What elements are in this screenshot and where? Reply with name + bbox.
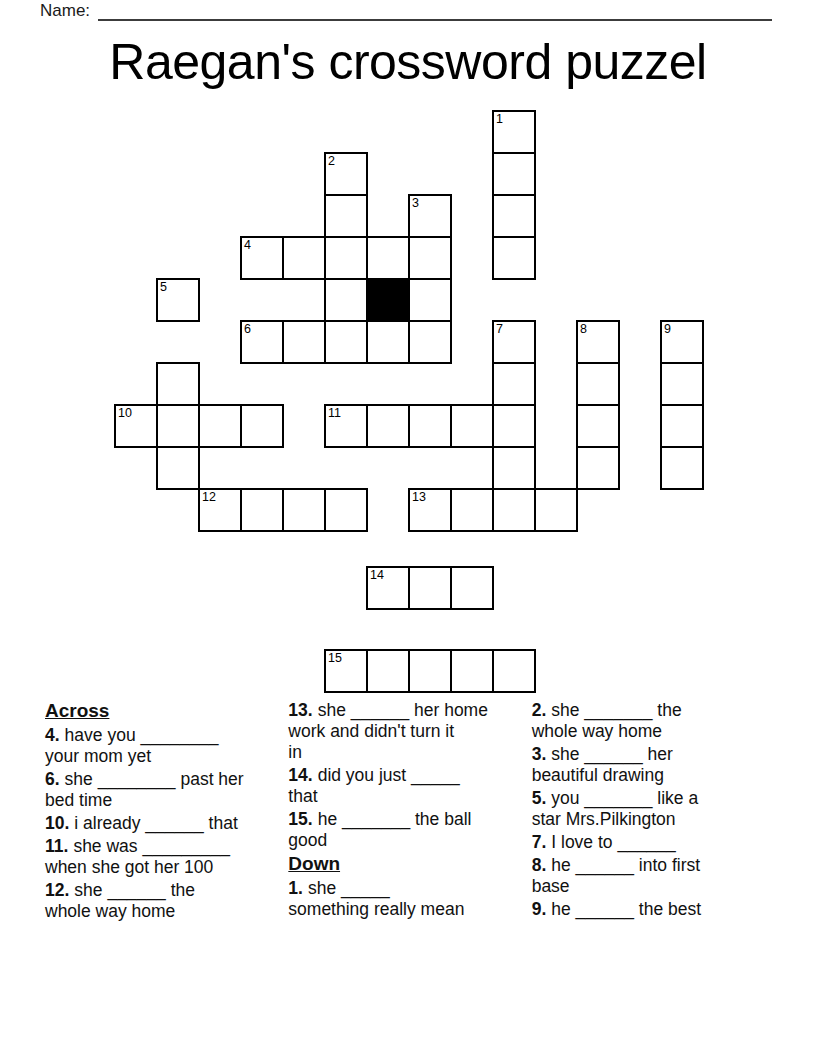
black-cell bbox=[366, 278, 410, 322]
cell-r5-c13[interactable]: 9 bbox=[660, 320, 704, 364]
clue-10-across: 10.i already ______ that bbox=[45, 813, 288, 834]
cell-r11-c7[interactable] bbox=[408, 566, 452, 610]
cell-number-3: 3 bbox=[412, 196, 419, 210]
clue-number: 8. bbox=[532, 855, 547, 875]
cell-r5-c4[interactable] bbox=[282, 320, 326, 364]
cell-r3-c7[interactable] bbox=[408, 236, 452, 280]
cell-r7-c5[interactable]: 11 bbox=[324, 404, 368, 448]
cell-r9-c5[interactable] bbox=[324, 488, 368, 532]
cell-r0-c9[interactable]: 1 bbox=[492, 110, 536, 154]
cell-r8-c1[interactable] bbox=[156, 446, 200, 490]
name-label: Name: bbox=[40, 1, 90, 21]
cell-number-5: 5 bbox=[160, 280, 167, 294]
clues-column-2: 13.she ______ her home work and didn't t… bbox=[288, 700, 531, 924]
clue-text: have you ________ your mom yet bbox=[45, 725, 218, 766]
across-header: Across bbox=[45, 700, 288, 722]
cell-number-4: 4 bbox=[244, 238, 251, 252]
cell-r3-c6[interactable] bbox=[366, 236, 410, 280]
cell-number-15: 15 bbox=[328, 651, 342, 665]
clue-text: she ________ past her bed time bbox=[45, 769, 244, 810]
cell-r6-c13[interactable] bbox=[660, 362, 704, 406]
clue-number: 3. bbox=[532, 744, 547, 764]
cell-r13-c9[interactable] bbox=[492, 649, 536, 693]
cell-number-12: 12 bbox=[202, 490, 216, 504]
cell-r1-c5[interactable]: 2 bbox=[324, 152, 368, 196]
clues-column-1: Across4.have you ________ your mom yet6.… bbox=[45, 700, 288, 924]
clue-text: she _____ something really mean bbox=[288, 878, 464, 919]
cell-number-7: 7 bbox=[496, 322, 503, 336]
clue-text: you _______ like a star Mrs.Pilkington bbox=[532, 788, 699, 829]
name-blank-line[interactable] bbox=[98, 3, 772, 21]
cell-number-9: 9 bbox=[664, 322, 671, 336]
cell-number-2: 2 bbox=[328, 154, 335, 168]
cell-r2-c7[interactable]: 3 bbox=[408, 194, 452, 238]
clue-text: she ______ her beautiful drawing bbox=[532, 744, 673, 785]
down-header: Down bbox=[288, 853, 531, 875]
clue-number: 14. bbox=[288, 765, 312, 785]
cell-r6-c11[interactable] bbox=[576, 362, 620, 406]
cell-r7-c0[interactable]: 10 bbox=[114, 404, 158, 448]
clue-3-down: 3.she ______ her beautiful drawing bbox=[532, 744, 775, 786]
cell-r11-c8[interactable] bbox=[450, 566, 494, 610]
cell-r5-c9[interactable]: 7 bbox=[492, 320, 536, 364]
cell-r11-c6[interactable]: 14 bbox=[366, 566, 410, 610]
clues-section: Across4.have you ________ your mom yet6.… bbox=[45, 700, 775, 924]
cell-r1-c9[interactable] bbox=[492, 152, 536, 196]
clue-number: 15. bbox=[288, 809, 312, 829]
clue-8-down: 8.he ______ into first base bbox=[532, 855, 775, 897]
cell-r9-c9[interactable] bbox=[492, 488, 536, 532]
cell-r7-c6[interactable] bbox=[366, 404, 410, 448]
cell-r3-c9[interactable] bbox=[492, 236, 536, 280]
cell-r7-c8[interactable] bbox=[450, 404, 494, 448]
cell-r5-c6[interactable] bbox=[366, 320, 410, 364]
cell-number-13: 13 bbox=[412, 490, 426, 504]
cell-r5-c7[interactable] bbox=[408, 320, 452, 364]
cell-r9-c10[interactable] bbox=[534, 488, 578, 532]
cell-r7-c7[interactable] bbox=[408, 404, 452, 448]
clue-number: 13. bbox=[288, 700, 312, 720]
name-row: Name: bbox=[40, 1, 772, 21]
clue-7-down: 7.I love to ______ bbox=[532, 832, 775, 853]
cell-r3-c4[interactable] bbox=[282, 236, 326, 280]
clue-number: 2. bbox=[532, 700, 547, 720]
cell-number-14: 14 bbox=[370, 568, 384, 582]
clue-number: 5. bbox=[532, 788, 547, 808]
clue-number: 1. bbox=[288, 878, 303, 898]
cell-r2-c9[interactable] bbox=[492, 194, 536, 238]
clue-text: I love to ______ bbox=[551, 832, 676, 852]
cell-r7-c11[interactable] bbox=[576, 404, 620, 448]
clue-text: she was _________ when she got her 100 bbox=[45, 836, 230, 877]
cell-r8-c13[interactable] bbox=[660, 446, 704, 490]
clues-column-3: 2.she _______ the whole way home3.she __… bbox=[532, 700, 775, 924]
cell-r9-c8[interactable] bbox=[450, 488, 494, 532]
cell-r8-c9[interactable] bbox=[492, 446, 536, 490]
clue-number: 4. bbox=[45, 725, 60, 745]
cell-r4-c1[interactable]: 5 bbox=[156, 278, 200, 322]
clue-4-across: 4.have you ________ your mom yet bbox=[45, 725, 288, 767]
clue-number: 10. bbox=[45, 813, 69, 833]
clue-number: 6. bbox=[45, 769, 60, 789]
cell-r4-c7[interactable] bbox=[408, 278, 452, 322]
cell-r7-c3[interactable] bbox=[240, 404, 284, 448]
cell-r8-c11[interactable] bbox=[576, 446, 620, 490]
clue-14-across: 14.did you just _____ that bbox=[288, 765, 531, 807]
clue-number: 11. bbox=[45, 836, 68, 856]
cell-r9-c7[interactable]: 13 bbox=[408, 488, 452, 532]
cell-r2-c5[interactable] bbox=[324, 194, 368, 238]
cell-r13-c7[interactable] bbox=[408, 649, 452, 693]
page-title: Raegan's crossword puzzel bbox=[0, 33, 816, 91]
cell-r7-c9[interactable] bbox=[492, 404, 536, 448]
clue-15-across: 15.he _______ the ball good bbox=[288, 809, 531, 851]
clue-5-down: 5.you _______ like a star Mrs.Pilkington bbox=[532, 788, 775, 830]
clue-number: 12. bbox=[45, 880, 69, 900]
cell-r3-c3[interactable]: 4 bbox=[240, 236, 284, 280]
clue-6-across: 6.she ________ past her bed time bbox=[45, 769, 288, 811]
clue-text: i already ______ that bbox=[74, 813, 237, 833]
cell-r5-c11[interactable]: 8 bbox=[576, 320, 620, 364]
clue-9-down: 9.he ______ the best bbox=[532, 899, 775, 920]
cell-r13-c6[interactable] bbox=[366, 649, 410, 693]
clue-number: 9. bbox=[532, 899, 547, 919]
clue-1-down: 1.she _____ something really mean bbox=[288, 878, 531, 920]
cell-number-6: 6 bbox=[244, 322, 251, 336]
clue-text: she ______ her home work and didn't turn… bbox=[288, 700, 488, 762]
cell-r13-c5[interactable]: 15 bbox=[324, 649, 368, 693]
cell-number-8: 8 bbox=[580, 322, 587, 336]
clue-number: 7. bbox=[532, 832, 547, 852]
cell-r3-c5[interactable] bbox=[324, 236, 368, 280]
worksheet: Name: Raegan's crossword puzzel 12345678… bbox=[0, 0, 816, 1056]
clue-text: he _______ the ball good bbox=[288, 809, 471, 850]
cell-number-1: 1 bbox=[496, 112, 503, 126]
clue-text: he ______ the best bbox=[551, 899, 701, 919]
clue-text: she _______ the whole way home bbox=[532, 700, 682, 741]
cell-number-11: 11 bbox=[328, 406, 341, 420]
cell-r7-c2[interactable] bbox=[198, 404, 242, 448]
cell-r4-c5[interactable] bbox=[324, 278, 368, 322]
cell-r7-c1[interactable] bbox=[156, 404, 200, 448]
cell-r9-c4[interactable] bbox=[282, 488, 326, 532]
clue-12-across: 12.she ______ the whole way home bbox=[45, 880, 288, 922]
cell-r7-c13[interactable] bbox=[660, 404, 704, 448]
cell-number-10: 10 bbox=[118, 406, 132, 420]
clue-text: he ______ into first base bbox=[532, 855, 700, 896]
clue-text: did you just _____ that bbox=[288, 765, 459, 806]
cell-r9-c2[interactable]: 12 bbox=[198, 488, 242, 532]
crossword-grid: 123456789101112131415 bbox=[114, 110, 706, 702]
clue-13-across: 13.she ______ her home work and didn't t… bbox=[288, 700, 531, 763]
cell-r6-c1[interactable] bbox=[156, 362, 200, 406]
cell-r5-c3[interactable]: 6 bbox=[240, 320, 284, 364]
clue-11-across: 11.she was _________ when she got her 10… bbox=[45, 836, 288, 878]
cell-r13-c8[interactable] bbox=[450, 649, 494, 693]
clue-2-down: 2.she _______ the whole way home bbox=[532, 700, 775, 742]
cell-r5-c5[interactable] bbox=[324, 320, 368, 364]
cell-r6-c9[interactable] bbox=[492, 362, 536, 406]
cell-r9-c3[interactable] bbox=[240, 488, 284, 532]
